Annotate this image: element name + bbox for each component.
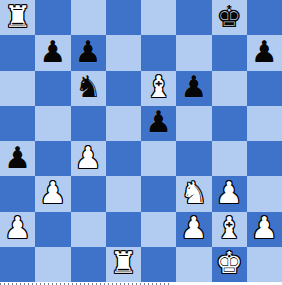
square-h6[interactable] — [247, 71, 282, 106]
piece-white-pawn[interactable]: ♟ — [216, 178, 243, 208]
piece-white-pawn[interactable]: ♟ — [39, 178, 66, 208]
square-f3[interactable]: ♞ — [176, 176, 211, 211]
piece-white-rook[interactable]: ♜ — [4, 2, 31, 32]
square-e5[interactable]: ♟ — [141, 106, 176, 141]
piece-black-knight[interactable]: ♞ — [75, 72, 102, 102]
square-g2[interactable]: ♝ — [212, 212, 247, 247]
piece-white-pawn[interactable]: ♟ — [4, 213, 31, 243]
square-a1[interactable] — [0, 247, 35, 282]
square-d3[interactable] — [106, 176, 141, 211]
piece-black-pawn[interactable]: ♟ — [75, 37, 102, 67]
chess-board: ♜♚♟♟♟♞♝♟♟♟♟♟♞♟♟♟♝♟♜♚ — [0, 0, 282, 282]
square-c1[interactable] — [71, 247, 106, 282]
square-c7[interactable]: ♟ — [71, 35, 106, 70]
square-e2[interactable] — [141, 212, 176, 247]
square-g1[interactable]: ♚ — [212, 247, 247, 282]
square-d6[interactable] — [106, 71, 141, 106]
square-d5[interactable] — [106, 106, 141, 141]
square-f2[interactable]: ♟ — [176, 212, 211, 247]
piece-black-pawn[interactable]: ♟ — [4, 143, 31, 173]
square-b1[interactable] — [35, 247, 70, 282]
square-e4[interactable] — [141, 141, 176, 176]
square-e6[interactable]: ♝ — [141, 71, 176, 106]
piece-white-bishop[interactable]: ♝ — [145, 72, 172, 102]
square-d1[interactable]: ♜ — [106, 247, 141, 282]
square-g5[interactable] — [212, 106, 247, 141]
square-h3[interactable] — [247, 176, 282, 211]
square-f8[interactable] — [176, 0, 211, 35]
piece-white-knight[interactable]: ♞ — [180, 178, 207, 208]
piece-white-rook[interactable]: ♜ — [110, 248, 137, 278]
piece-white-pawn[interactable]: ♟ — [251, 213, 278, 243]
square-a8[interactable]: ♜ — [0, 0, 35, 35]
square-c3[interactable] — [71, 176, 106, 211]
square-g3[interactable]: ♟ — [212, 176, 247, 211]
square-b2[interactable] — [35, 212, 70, 247]
piece-black-pawn[interactable]: ♟ — [180, 72, 207, 102]
square-d4[interactable] — [106, 141, 141, 176]
square-g8[interactable]: ♚ — [212, 0, 247, 35]
piece-black-pawn[interactable]: ♟ — [251, 37, 278, 67]
piece-black-pawn[interactable]: ♟ — [39, 37, 66, 67]
square-d2[interactable] — [106, 212, 141, 247]
square-b8[interactable] — [35, 0, 70, 35]
square-f7[interactable] — [176, 35, 211, 70]
square-g6[interactable] — [212, 71, 247, 106]
square-h7[interactable]: ♟ — [247, 35, 282, 70]
square-h4[interactable] — [247, 141, 282, 176]
square-b6[interactable] — [35, 71, 70, 106]
chess-app: ♜♚♟♟♟♞♝♟♟♟♟♟♞♟♟♟♝♟♜♚ — [0, 0, 282, 285]
square-d8[interactable] — [106, 0, 141, 35]
square-e8[interactable] — [141, 0, 176, 35]
piece-white-bishop[interactable]: ♝ — [216, 213, 243, 243]
square-f5[interactable] — [176, 106, 211, 141]
piece-white-king[interactable]: ♚ — [216, 248, 243, 278]
piece-white-pawn[interactable]: ♟ — [75, 143, 102, 173]
square-f4[interactable] — [176, 141, 211, 176]
square-a6[interactable] — [0, 71, 35, 106]
square-h1[interactable] — [247, 247, 282, 282]
square-g4[interactable] — [212, 141, 247, 176]
square-g7[interactable] — [212, 35, 247, 70]
square-c6[interactable]: ♞ — [71, 71, 106, 106]
square-a3[interactable] — [0, 176, 35, 211]
piece-black-pawn[interactable]: ♟ — [145, 107, 172, 137]
square-f6[interactable]: ♟ — [176, 71, 211, 106]
square-b3[interactable]: ♟ — [35, 176, 70, 211]
square-c4[interactable]: ♟ — [71, 141, 106, 176]
square-h5[interactable] — [247, 106, 282, 141]
square-h8[interactable] — [247, 0, 282, 35]
square-e1[interactable] — [141, 247, 176, 282]
square-a2[interactable]: ♟ — [0, 212, 35, 247]
square-a7[interactable] — [0, 35, 35, 70]
square-e7[interactable] — [141, 35, 176, 70]
square-c8[interactable] — [71, 0, 106, 35]
square-d7[interactable] — [106, 35, 141, 70]
piece-black-king[interactable]: ♚ — [216, 2, 243, 32]
square-b7[interactable]: ♟ — [35, 35, 70, 70]
square-b4[interactable] — [35, 141, 70, 176]
square-e3[interactable] — [141, 176, 176, 211]
square-a5[interactable] — [0, 106, 35, 141]
square-c2[interactable] — [71, 212, 106, 247]
square-h2[interactable]: ♟ — [247, 212, 282, 247]
piece-white-pawn[interactable]: ♟ — [180, 213, 207, 243]
square-a4[interactable]: ♟ — [0, 141, 35, 176]
square-b5[interactable] — [35, 106, 70, 141]
square-c5[interactable] — [71, 106, 106, 141]
square-f1[interactable] — [176, 247, 211, 282]
